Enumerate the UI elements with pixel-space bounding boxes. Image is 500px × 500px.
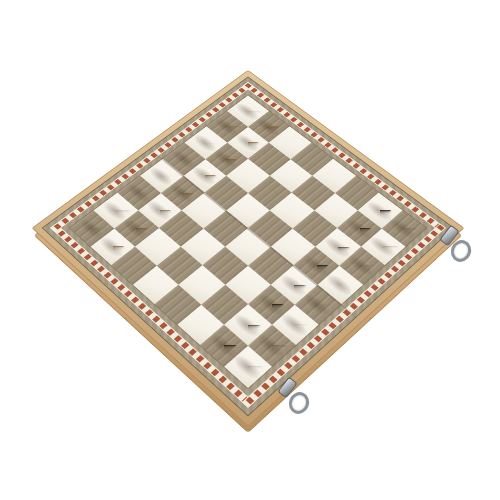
fold-clasp-right [444,226,474,260]
chess-board: ♜♟♟♜♞♟♟♞♝♟♟♝♚♟♟♚♛♟♟♛♝♟♟♝♞♟♟♞♜♟♟♜ [32,70,465,427]
chess-set-photo: ♜♟♟♜♞♟♟♞♝♟♟♝♚♟♟♚♛♟♟♛♝♟♟♝♞♟♟♞♜♟♟♜ [0,0,500,500]
board-surface: ♜♟♟♜♞♟♟♞♝♟♟♝♚♟♟♚♛♟♟♛♝♟♟♝♞♟♟♞♜♟♟♜ [32,70,465,427]
fold-clasp-bottom [282,378,312,412]
pieces-layer: ♜♟♟♜♞♟♟♞♝♟♟♝♚♟♟♚♛♟♟♛♝♟♟♝♞♟♟♞♜♟♟♜ [70,95,426,388]
